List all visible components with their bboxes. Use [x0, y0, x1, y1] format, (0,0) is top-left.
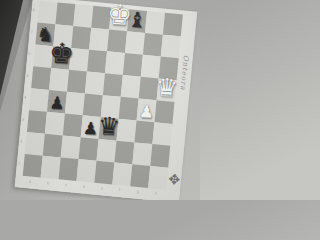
square-f1[interactable] — [112, 163, 132, 187]
photo-background: ♚♝♞♚♛♟♟♟♛ Onteora ✥ 87654321abcdefgh — [0, 0, 200, 200]
square-a4[interactable] — [29, 88, 49, 112]
square-b8[interactable] — [55, 2, 75, 26]
square-c8[interactable] — [73, 4, 93, 28]
square-h7[interactable] — [161, 35, 181, 59]
square-e2[interactable] — [96, 139, 116, 163]
square-d5[interactable] — [85, 72, 105, 96]
rank-label-1: 1 — [18, 161, 21, 165]
black-queen-e3[interactable]: ♛ — [97, 113, 121, 139]
rank-label-2: 2 — [20, 139, 23, 143]
black-bishop-f8[interactable]: ♝ — [127, 10, 147, 32]
square-f6[interactable] — [123, 53, 143, 77]
square-c2[interactable] — [61, 135, 81, 159]
square-e1[interactable] — [94, 161, 114, 185]
square-h4[interactable] — [154, 100, 174, 124]
white-queen-h5[interactable]: ♛ — [155, 75, 179, 101]
rank-label-8: 8 — [33, 8, 36, 12]
square-d7[interactable] — [89, 28, 109, 52]
square-a2[interactable] — [25, 132, 45, 156]
square-c5[interactable] — [67, 70, 87, 94]
square-e5[interactable] — [103, 73, 123, 97]
square-h8[interactable] — [163, 13, 183, 37]
square-a3[interactable] — [27, 110, 47, 134]
rank-label-3: 3 — [22, 118, 25, 122]
square-a5[interactable] — [31, 66, 51, 90]
square-g7[interactable] — [143, 33, 163, 57]
square-e7[interactable] — [107, 29, 127, 53]
square-c1[interactable] — [59, 157, 79, 181]
square-g8[interactable] — [145, 11, 165, 35]
square-f4[interactable] — [119, 97, 139, 121]
square-d1[interactable] — [76, 159, 96, 183]
square-c4[interactable] — [65, 92, 85, 116]
file-label-b: b — [47, 181, 50, 185]
square-b1[interactable] — [41, 156, 61, 180]
square-b5[interactable] — [49, 68, 69, 92]
square-h3[interactable] — [152, 122, 172, 146]
square-b3[interactable] — [45, 112, 65, 136]
square-f7[interactable] — [125, 31, 145, 55]
file-label-c: c — [65, 183, 67, 187]
chess-board-sheet: ♚♝♞♚♛♟♟♟♛ Onteora ✥ 87654321abcdefgh — [15, 0, 198, 200]
square-d6[interactable] — [87, 50, 107, 74]
square-f5[interactable] — [121, 75, 141, 99]
file-label-d: d — [83, 185, 86, 189]
rank-label-5: 5 — [26, 74, 29, 78]
file-label-g: g — [137, 190, 140, 194]
white-pawn-g4[interactable]: ♟ — [138, 103, 154, 121]
square-a1[interactable] — [23, 154, 43, 178]
file-label-f: f — [119, 188, 121, 192]
square-e6[interactable] — [105, 51, 125, 75]
square-f2[interactable] — [114, 141, 134, 165]
compass-logo-icon: ✥ — [168, 172, 181, 187]
rank-label-7: 7 — [30, 30, 33, 34]
square-a8[interactable] — [37, 1, 57, 25]
file-label-e: e — [101, 186, 104, 190]
board-grid: ♚♝♞♚♛♟♟♟♛ — [23, 1, 183, 190]
file-label-h: h — [154, 192, 157, 196]
square-b2[interactable] — [43, 134, 63, 158]
square-g1[interactable] — [130, 164, 150, 188]
square-g3[interactable] — [134, 120, 154, 144]
square-c3[interactable] — [63, 114, 83, 138]
rank-label-4: 4 — [24, 96, 27, 100]
black-king-b6[interactable]: ♚ — [48, 39, 75, 68]
rank-label-6: 6 — [28, 52, 31, 56]
square-h2[interactable] — [150, 144, 170, 168]
file-label-a: a — [29, 179, 32, 183]
square-d2[interactable] — [79, 137, 99, 161]
black-pawn-b4[interactable]: ♟ — [49, 94, 65, 112]
square-h1[interactable] — [148, 166, 168, 190]
square-g2[interactable] — [132, 142, 152, 166]
